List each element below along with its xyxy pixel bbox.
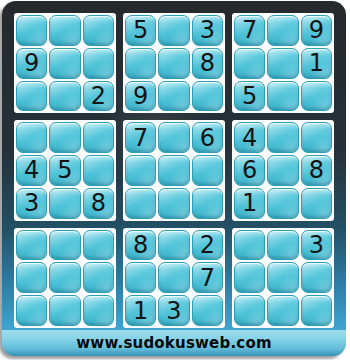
cell-r4c9[interactable] [301, 122, 332, 153]
cell-r2c8[interactable] [267, 48, 298, 79]
cell-r5c4[interactable] [125, 155, 156, 186]
cell-r1c1[interactable] [16, 15, 47, 46]
cell-r5c2[interactable]: 5 [49, 155, 80, 186]
cell-r4c8[interactable] [267, 122, 298, 153]
cell-r3c2[interactable] [49, 81, 80, 112]
cell-r7c9[interactable]: 3 [301, 230, 332, 261]
box-1-3: 7915 [232, 13, 334, 113]
cell-r5c5[interactable] [158, 155, 189, 186]
cell-r3c3[interactable]: 2 [83, 81, 114, 112]
cell-r4c7[interactable]: 4 [234, 122, 265, 153]
cell-r6c8[interactable] [267, 188, 298, 219]
cell-r3c6[interactable] [192, 81, 223, 112]
cell-r3c1[interactable] [16, 81, 47, 112]
box-3-3: 3 [232, 228, 334, 328]
box-1-1: 92 [14, 13, 116, 113]
footer-bar: www.sudokusweb.com [2, 330, 346, 356]
cell-r1c4[interactable]: 5 [125, 15, 156, 46]
cell-r6c2[interactable] [49, 188, 80, 219]
cell-r6c6[interactable] [192, 188, 223, 219]
cell-r8c3[interactable] [83, 262, 114, 293]
cell-r6c7[interactable]: 1 [234, 188, 265, 219]
cell-r3c8[interactable] [267, 81, 298, 112]
cell-r7c5[interactable] [158, 230, 189, 261]
cell-r1c2[interactable] [49, 15, 80, 46]
cell-r6c3[interactable]: 8 [83, 188, 114, 219]
cell-r1c3[interactable] [83, 15, 114, 46]
cell-r1c9[interactable]: 9 [301, 15, 332, 46]
cell-r3c7[interactable]: 5 [234, 81, 265, 112]
box-2-2: 76 [123, 120, 225, 220]
cell-r6c1[interactable]: 3 [16, 188, 47, 219]
cell-r2c3[interactable] [83, 48, 114, 79]
box-2-1: 4538 [14, 120, 116, 220]
box-3-2: 82713 [123, 228, 225, 328]
cell-r3c9[interactable] [301, 81, 332, 112]
cell-r8c5[interactable] [158, 262, 189, 293]
cell-r5c1[interactable]: 4 [16, 155, 47, 186]
cell-r5c8[interactable] [267, 155, 298, 186]
cell-r1c7[interactable]: 7 [234, 15, 265, 46]
cell-r2c2[interactable] [49, 48, 80, 79]
cell-r9c4[interactable]: 1 [125, 295, 156, 326]
cell-r4c6[interactable]: 6 [192, 122, 223, 153]
cell-r8c1[interactable] [16, 262, 47, 293]
cell-r5c3[interactable] [83, 155, 114, 186]
cell-r9c2[interactable] [49, 295, 80, 326]
sudoku-grid: 92538979154538764681827133 [14, 13, 334, 328]
cell-r8c8[interactable] [267, 262, 298, 293]
cell-r2c5[interactable] [158, 48, 189, 79]
cell-r9c5[interactable]: 3 [158, 295, 189, 326]
cell-r3c5[interactable] [158, 81, 189, 112]
cell-r8c9[interactable] [301, 262, 332, 293]
cell-r8c6[interactable]: 7 [192, 262, 223, 293]
cell-r2c4[interactable] [125, 48, 156, 79]
cell-r6c9[interactable] [301, 188, 332, 219]
cell-r9c1[interactable] [16, 295, 47, 326]
cell-r7c3[interactable] [83, 230, 114, 261]
cell-r5c9[interactable]: 8 [301, 155, 332, 186]
box-1-2: 5389 [123, 13, 225, 113]
box-2-3: 4681 [232, 120, 334, 220]
cell-r2c7[interactable] [234, 48, 265, 79]
cell-r2c9[interactable]: 1 [301, 48, 332, 79]
cell-r6c5[interactable] [158, 188, 189, 219]
cell-r4c4[interactable]: 7 [125, 122, 156, 153]
cell-r8c7[interactable] [234, 262, 265, 293]
box-3-1 [14, 228, 116, 328]
cell-r7c4[interactable]: 8 [125, 230, 156, 261]
cell-r6c4[interactable] [125, 188, 156, 219]
website-link[interactable]: www.sudokusweb.com [76, 334, 271, 352]
cell-r8c4[interactable] [125, 262, 156, 293]
cell-r7c2[interactable] [49, 230, 80, 261]
cell-r7c7[interactable] [234, 230, 265, 261]
cell-r5c7[interactable]: 6 [234, 155, 265, 186]
cell-r9c9[interactable] [301, 295, 332, 326]
cell-r9c6[interactable] [192, 295, 223, 326]
cell-r9c7[interactable] [234, 295, 265, 326]
cell-r1c5[interactable] [158, 15, 189, 46]
cell-r7c6[interactable]: 2 [192, 230, 223, 261]
cell-r7c1[interactable] [16, 230, 47, 261]
cell-r4c1[interactable] [16, 122, 47, 153]
cell-r4c5[interactable] [158, 122, 189, 153]
cell-r4c2[interactable] [49, 122, 80, 153]
cell-r9c8[interactable] [267, 295, 298, 326]
sudoku-board: 92538979154538764681827133 www.sudokuswe… [2, 1, 346, 356]
cell-r9c3[interactable] [83, 295, 114, 326]
cell-r4c3[interactable] [83, 122, 114, 153]
cell-r8c2[interactable] [49, 262, 80, 293]
cell-r1c8[interactable] [267, 15, 298, 46]
cell-r2c6[interactable]: 8 [192, 48, 223, 79]
cell-r5c6[interactable] [192, 155, 223, 186]
cell-r2c1[interactable]: 9 [16, 48, 47, 79]
cell-r1c6[interactable]: 3 [192, 15, 223, 46]
cell-r7c8[interactable] [267, 230, 298, 261]
cell-r3c4[interactable]: 9 [125, 81, 156, 112]
